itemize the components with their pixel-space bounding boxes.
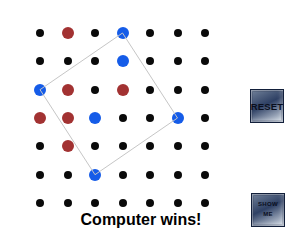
empty-dot [146,199,154,207]
empty-dot [201,86,209,94]
empty-dot [146,171,154,179]
empty-dot [146,29,154,37]
board-cell[interactable] [81,75,109,103]
computer-dot [34,84,46,96]
computer-dot [89,169,101,181]
empty-dot [146,57,154,65]
board-cell[interactable] [109,104,137,132]
empty-dot [119,142,127,150]
board-cell[interactable] [136,75,164,103]
empty-dot [119,114,127,122]
empty-dot [174,86,182,94]
board-cell[interactable] [81,19,109,47]
square-it-game: Computer wins! RESET SHOW ME [0,0,300,252]
empty-dot [91,199,99,207]
empty-dot [36,142,44,150]
board-cell[interactable] [54,47,82,75]
board-cell[interactable] [164,160,192,188]
board-cell[interactable] [136,104,164,132]
board [26,19,219,217]
empty-dot [36,29,44,37]
board-cell[interactable] [191,75,219,103]
empty-dot [36,199,44,207]
board-cell[interactable] [164,19,192,47]
board-cell[interactable] [26,47,54,75]
empty-dot [119,199,127,207]
empty-dot [91,29,99,37]
empty-dot [201,29,209,37]
empty-dot [201,171,209,179]
board-cell[interactable] [164,104,192,132]
empty-dot [91,142,99,150]
board-cell[interactable] [81,160,109,188]
board-cell[interactable] [81,104,109,132]
board-cell[interactable] [81,132,109,160]
empty-dot [174,29,182,37]
player-dot [62,84,74,96]
board-cell[interactable] [54,75,82,103]
board-cell[interactable] [109,47,137,75]
board-cell[interactable] [164,75,192,103]
empty-dot [146,114,154,122]
computer-dot [89,112,101,124]
board-cell[interactable] [136,19,164,47]
board-cell[interactable] [109,19,137,47]
empty-dot [201,199,209,207]
board-cell[interactable] [54,160,82,188]
empty-dot [174,171,182,179]
board-cell[interactable] [109,75,137,103]
show-me-button-label-line2: ME [263,210,273,220]
board-cell[interactable] [164,132,192,160]
board-cell[interactable] [191,132,219,160]
show-me-button-label-line1: SHOW [258,200,278,210]
board-cell[interactable] [109,132,137,160]
reset-button[interactable]: RESET [250,89,284,123]
board-cell[interactable] [54,19,82,47]
empty-dot [91,57,99,65]
empty-dot [64,171,72,179]
reset-button-label: RESET [251,101,284,112]
empty-dot [201,114,209,122]
board-cell[interactable] [191,19,219,47]
empty-dot [174,57,182,65]
player-dot [62,140,74,152]
player-dot [117,84,129,96]
board-cell[interactable] [191,160,219,188]
computer-dot [172,112,184,124]
empty-dot [36,57,44,65]
board-cell[interactable] [136,47,164,75]
empty-dot [91,86,99,94]
computer-dot [117,55,129,67]
board-cell[interactable] [109,160,137,188]
board-cell[interactable] [191,104,219,132]
board-cell[interactable] [26,160,54,188]
player-dot [34,112,46,124]
empty-dot [174,199,182,207]
board-cell[interactable] [136,132,164,160]
board-cell[interactable] [81,47,109,75]
board-cell[interactable] [54,189,82,217]
board-cell[interactable] [26,19,54,47]
empty-dot [146,142,154,150]
player-dot [62,27,74,39]
empty-dot [119,171,127,179]
empty-dot [146,86,154,94]
board-cell[interactable] [54,132,82,160]
computer-dot [117,27,129,39]
board-cell[interactable] [26,189,54,217]
show-me-button[interactable]: SHOW ME [251,193,285,227]
board-cell[interactable] [136,160,164,188]
board-cell[interactable] [26,75,54,103]
empty-dot [174,142,182,150]
board-cell[interactable] [54,104,82,132]
empty-dot [64,199,72,207]
empty-dot [201,57,209,65]
player-dot [62,112,74,124]
board-cell[interactable] [191,47,219,75]
status-text: Computer wins! [81,211,202,229]
board-cell[interactable] [164,47,192,75]
empty-dot [201,142,209,150]
board-cell[interactable] [26,104,54,132]
empty-dot [36,171,44,179]
board-cell[interactable] [26,132,54,160]
empty-dot [64,57,72,65]
